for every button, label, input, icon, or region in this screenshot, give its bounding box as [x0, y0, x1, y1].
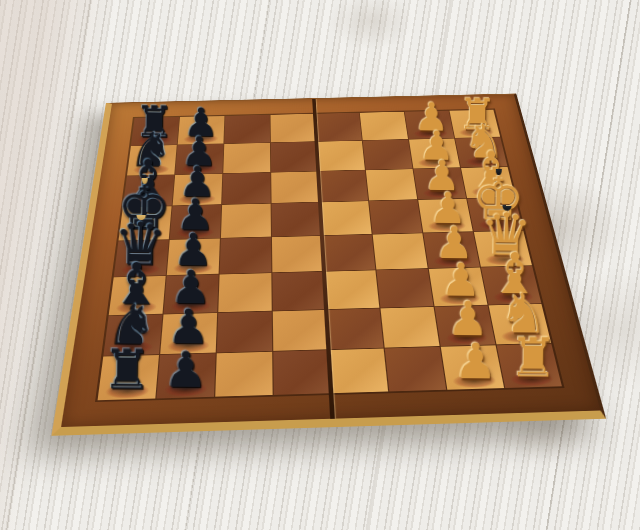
- black-rook-a8: ♜: [102, 341, 152, 397]
- finial-knob-icon: [502, 201, 511, 210]
- square-g3: [363, 139, 413, 169]
- square-b3: [381, 307, 440, 348]
- square-g4: [317, 141, 365, 171]
- square-a5: [273, 350, 331, 395]
- white-rook-a1: ♜: [509, 330, 558, 385]
- finial-knob-icon: [141, 172, 147, 184]
- square-a1: ♜: [497, 344, 562, 388]
- square-e3: [370, 200, 423, 234]
- square-g6: [223, 143, 270, 173]
- square-d3: [373, 233, 428, 269]
- tabletop-photo: ♜♟♟♜♞♟♟♞♝♟♟♝♚♟♟♚♛♟♟♛♝♟♟♝♞♟♟♞♜♟♟♜: [0, 0, 640, 530]
- square-a6: [215, 352, 272, 397]
- square-a3: [385, 347, 446, 391]
- chess-board: ♜♟♟♜♞♟♟♞♝♟♟♝♚♟♟♚♛♟♟♛♝♟♟♝♞♟♟♞♜♟♟♜: [51, 93, 606, 435]
- white-pawn-a2: ♟: [454, 337, 498, 386]
- square-f4: [319, 170, 369, 202]
- square-f5: [271, 171, 320, 203]
- finial-knob-icon: [496, 163, 502, 175]
- square-h4: [315, 113, 362, 141]
- square-e6: [221, 204, 271, 238]
- square-a4: [329, 349, 388, 393]
- square-g5: [271, 142, 318, 172]
- square-f3: [366, 169, 417, 201]
- square-b5: [272, 310, 328, 352]
- square-b6: [217, 311, 272, 353]
- square-c3: [377, 269, 434, 308]
- square-h6: [224, 115, 269, 143]
- black-pawn-a7: ♟: [163, 345, 208, 395]
- square-d4: [322, 235, 375, 271]
- finial-knob-icon: [136, 210, 145, 219]
- square-e5: [271, 203, 321, 237]
- square-h5: [270, 114, 316, 142]
- square-f6: [222, 172, 270, 204]
- square-e4: [320, 201, 372, 235]
- square-d6: [219, 237, 271, 273]
- square-a8: ♜: [98, 355, 159, 400]
- square-c5: [272, 272, 326, 311]
- square-h3: [360, 112, 408, 140]
- square-c4: [324, 270, 379, 309]
- square-b4: [327, 308, 384, 349]
- square-d5: [272, 236, 324, 272]
- square-a7: ♟: [156, 354, 215, 399]
- board-frame: ♜♟♟♜♞♟♟♞♝♟♟♝♚♟♟♚♛♟♟♛♝♟♟♝♞♟♟♞♜♟♟♜: [51, 93, 606, 435]
- square-a2: ♟: [441, 345, 504, 389]
- square-c6: [218, 273, 271, 312]
